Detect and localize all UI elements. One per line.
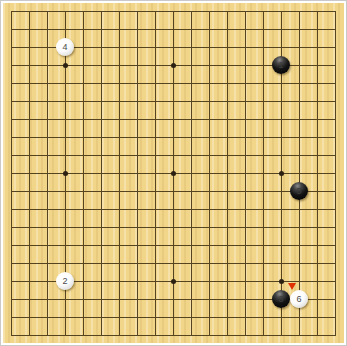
stone-black-Q3[interactable]: 3 [272, 290, 290, 308]
move-number: 2 [62, 277, 67, 286]
stone-white-D17[interactable]: 4 [56, 38, 74, 56]
diagram-frame: 123456 [0, 0, 347, 346]
move-number: 6 [296, 295, 301, 304]
move-number: 4 [62, 43, 67, 52]
board-cells: 123456 [3, 3, 344, 343]
go-board[interactable]: 123456 [3, 3, 344, 343]
star-point [171, 171, 176, 176]
move-number: 3 [278, 295, 283, 304]
stone-white-D4[interactable]: 2 [56, 272, 74, 290]
star-point [63, 63, 68, 68]
stone-black-Q16[interactable]: 1 [272, 56, 290, 74]
move-number: 1 [278, 61, 283, 70]
star-point [63, 171, 68, 176]
stone-white-R3[interactable]: 6 [290, 290, 308, 308]
star-point [171, 63, 176, 68]
move-number: 5 [296, 187, 301, 196]
last-move-marker-icon [288, 283, 296, 290]
star-point [279, 171, 284, 176]
star-point [279, 279, 284, 284]
star-point [171, 279, 176, 284]
stone-black-R9[interactable]: 5 [290, 182, 308, 200]
